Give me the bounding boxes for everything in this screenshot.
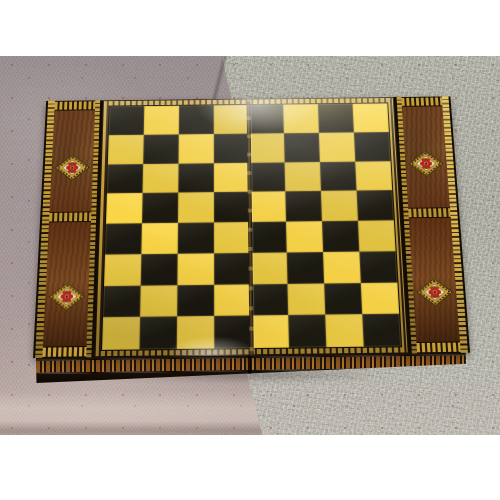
- square-r8c7: [325, 314, 363, 347]
- square-r2c5: [249, 133, 285, 162]
- square-r6c7: [323, 251, 361, 283]
- square-r3c6: [285, 162, 321, 192]
- square-r4c5: [250, 192, 286, 222]
- square-r7c8: [361, 282, 399, 314]
- square-r3c3: [178, 163, 214, 193]
- square-r1c3: [179, 105, 214, 134]
- rail-seam-band: [408, 207, 451, 218]
- square-r7c7: [324, 283, 362, 315]
- square-r5c5: [250, 222, 287, 253]
- rail-cap-top: [54, 100, 95, 110]
- rail-cap-top: [401, 97, 442, 107]
- square-r4c3: [178, 192, 214, 223]
- folding-chessboard: [33, 96, 470, 358]
- square-r4c4: [214, 192, 250, 223]
- square-r1c7: [318, 104, 354, 133]
- square-r6c6: [287, 252, 324, 284]
- square-r3c1: [107, 164, 143, 194]
- diamond-rosette-icon: [54, 154, 91, 182]
- rail-cap-bottom: [416, 341, 460, 353]
- square-r2c2: [143, 134, 179, 163]
- square-r2c3: [179, 134, 214, 163]
- diamond-inlay: [415, 277, 454, 307]
- square-r3c8: [355, 161, 392, 191]
- square-r5c4: [214, 222, 250, 253]
- chessboard: [33, 96, 470, 358]
- rail-cap-bottom: [42, 346, 86, 358]
- square-r6c1: [104, 254, 141, 286]
- diamond-inlay: [408, 150, 445, 178]
- board-frame: [93, 97, 409, 357]
- square-r1c5: [249, 105, 284, 134]
- photograph: [0, 0, 500, 500]
- square-r7c3: [177, 284, 214, 316]
- square-r3c7: [320, 161, 357, 191]
- left-rail: [33, 100, 102, 358]
- square-r5c3: [178, 222, 214, 253]
- square-r2c8: [354, 132, 391, 161]
- square-r1c2: [144, 106, 179, 135]
- square-r4c8: [357, 190, 394, 220]
- square-r8c8: [362, 314, 401, 347]
- square-r7c5: [251, 283, 288, 315]
- square-r4c6: [285, 191, 322, 221]
- square-r3c2: [143, 163, 179, 193]
- square-r8c6: [288, 315, 326, 348]
- square-r8c4: [214, 316, 251, 349]
- square-r7c2: [140, 285, 177, 317]
- square-r4c2: [142, 193, 178, 224]
- square-r1c4: [214, 105, 249, 134]
- square-r6c8: [359, 251, 397, 283]
- square-r6c2: [141, 254, 178, 286]
- square-r8c3: [177, 316, 214, 349]
- rail-seam-band: [49, 211, 91, 222]
- square-r6c3: [177, 253, 214, 285]
- square-r1c8: [353, 103, 389, 132]
- diamond-rosette-icon: [415, 277, 454, 307]
- diamond-rosette-icon: [48, 281, 86, 311]
- square-r2c4: [214, 133, 249, 162]
- square-r7c1: [103, 285, 141, 317]
- square-r2c7: [319, 132, 355, 161]
- photo-margin-bottom: [0, 435, 500, 500]
- square-r5c7: [322, 221, 359, 252]
- diamond-inlay: [54, 154, 91, 182]
- square-r4c7: [321, 191, 358, 221]
- square-r3c4: [214, 162, 250, 192]
- square-r3c5: [249, 162, 285, 192]
- square-r4c1: [106, 193, 143, 224]
- photo-margin-top: [0, 0, 500, 56]
- diamond-inlay: [48, 281, 86, 311]
- square-r2c1: [108, 135, 144, 164]
- diamond-rosette-icon: [408, 150, 445, 178]
- square-r7c4: [214, 284, 251, 316]
- square-r5c2: [141, 223, 178, 254]
- square-r1c1: [109, 106, 145, 135]
- square-r5c8: [358, 220, 396, 251]
- square-r5c6: [286, 221, 323, 252]
- square-r7c6: [287, 283, 325, 315]
- square-r2c6: [284, 133, 320, 162]
- square-r6c5: [250, 252, 287, 284]
- square-r8c5: [251, 315, 289, 348]
- square-r8c2: [139, 317, 177, 350]
- square-r6c4: [214, 253, 251, 285]
- square-r8c1: [102, 317, 140, 350]
- square-r1c6: [283, 104, 319, 133]
- square-r5c1: [105, 223, 142, 254]
